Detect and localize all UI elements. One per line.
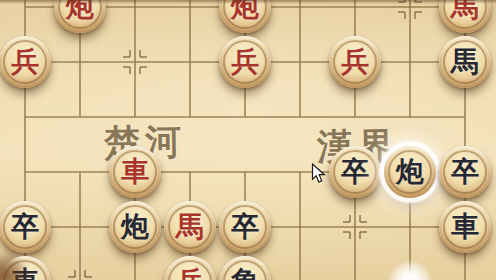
piece-character: 炮 [54, 0, 106, 33]
pieces-layer: 炮炮馬兵兵兵馬車卒炮卒卒炮馬卒車車兵象 [0, 0, 496, 280]
xiangqi-board[interactable]: 楚河 漢界 炮炮馬兵兵兵馬車卒炮卒卒炮馬卒車車兵象 [0, 0, 496, 280]
board-top-edge [0, 0, 496, 4]
piece-red-炮[interactable]: 炮 [54, 0, 106, 33]
piece-black-卒[interactable]: 卒 [329, 146, 381, 198]
piece-black-卒[interactable]: 卒 [219, 201, 271, 253]
piece-character: 卒 [329, 146, 381, 198]
piece-character: 兵 [164, 256, 216, 280]
piece-character: 馬 [439, 0, 491, 33]
piece-character: 馬 [164, 201, 216, 253]
piece-red-車[interactable]: 車 [109, 146, 161, 198]
piece-character: 兵 [0, 36, 51, 88]
mouse-cursor [311, 163, 327, 185]
piece-red-炮[interactable]: 炮 [219, 0, 271, 33]
piece-black-象[interactable]: 象 [219, 256, 271, 280]
piece-black-炮[interactable]: 炮 [384, 146, 436, 198]
piece-character: 卒 [439, 146, 491, 198]
piece-character: 兵 [329, 36, 381, 88]
piece-character: 車 [109, 146, 161, 198]
piece-character: 炮 [384, 146, 436, 198]
piece-red-兵[interactable]: 兵 [219, 36, 271, 88]
piece-red-兵[interactable]: 兵 [164, 256, 216, 280]
piece-red-兵[interactable]: 兵 [329, 36, 381, 88]
piece-character: 炮 [219, 0, 271, 33]
piece-black-卒[interactable]: 卒 [439, 146, 491, 198]
piece-character: 卒 [219, 201, 271, 253]
piece-red-馬[interactable]: 馬 [439, 0, 491, 33]
piece-character: 炮 [109, 201, 161, 253]
piece-character: 車 [439, 201, 491, 253]
piece-character: 卒 [0, 201, 51, 253]
piece-red-馬[interactable]: 馬 [164, 201, 216, 253]
piece-character: 兵 [219, 36, 271, 88]
piece-character: 象 [219, 256, 271, 280]
piece-black-卒[interactable]: 卒 [0, 201, 51, 253]
piece-red-兵[interactable]: 兵 [0, 36, 51, 88]
piece-character: 馬 [439, 36, 491, 88]
piece-black-炮[interactable]: 炮 [109, 201, 161, 253]
piece-black-車[interactable]: 車 [439, 201, 491, 253]
piece-black-馬[interactable]: 馬 [439, 36, 491, 88]
